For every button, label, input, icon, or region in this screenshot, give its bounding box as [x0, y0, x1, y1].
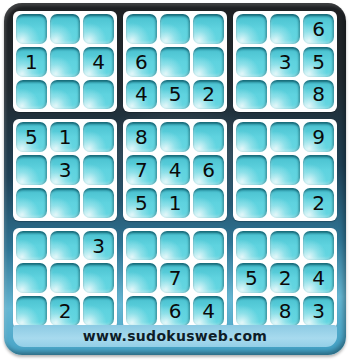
cell-r9c7[interactable] — [236, 296, 267, 326]
cell-r3c1[interactable] — [16, 80, 47, 110]
footer-bar: www.sudokusweb.com — [13, 325, 337, 347]
cell-r6c3[interactable] — [83, 188, 114, 218]
cell-r4c4: 8 — [126, 122, 157, 152]
box-9: 52483 — [233, 228, 337, 329]
cell-r8c8: 2 — [270, 263, 301, 293]
cell-r9c9: 3 — [303, 296, 334, 326]
cell-r1c3[interactable] — [83, 14, 114, 44]
cell-r4c1: 5 — [16, 122, 47, 152]
cell-r2c4: 6 — [126, 47, 157, 77]
cell-r8c1[interactable] — [16, 263, 47, 293]
cell-r8c3[interactable] — [83, 263, 114, 293]
cell-r2c6[interactable] — [193, 47, 224, 77]
cell-r5c1[interactable] — [16, 155, 47, 185]
cell-r1c6[interactable] — [193, 14, 224, 44]
cell-r7c3: 3 — [83, 231, 114, 261]
cell-r1c1[interactable] — [16, 14, 47, 44]
cell-r7c6[interactable] — [193, 231, 224, 261]
cell-r3c5: 5 — [160, 80, 191, 110]
cell-r9c4[interactable] — [126, 296, 157, 326]
board-frame: 1464526358513874651923276452483 www.sudo… — [4, 3, 346, 355]
cell-r4c6[interactable] — [193, 122, 224, 152]
box-2: 6452 — [123, 11, 227, 112]
box-1: 14 — [13, 11, 117, 112]
cell-r1c2[interactable] — [50, 14, 81, 44]
cell-r2c2[interactable] — [50, 47, 81, 77]
cell-r1c8[interactable] — [270, 14, 301, 44]
cell-r6c7[interactable] — [236, 188, 267, 218]
cell-r2c8: 3 — [270, 47, 301, 77]
cell-r8c9: 4 — [303, 263, 334, 293]
cell-r6c9: 2 — [303, 188, 334, 218]
box-7: 32 — [13, 228, 117, 329]
cell-r7c9[interactable] — [303, 231, 334, 261]
cell-r9c5: 6 — [160, 296, 191, 326]
cell-r5c5: 4 — [160, 155, 191, 185]
cell-r4c5[interactable] — [160, 122, 191, 152]
cell-r9c3[interactable] — [83, 296, 114, 326]
site-watermark: www.sudokusweb.com — [83, 328, 267, 344]
box-3: 6358 — [233, 11, 337, 112]
cell-r5c9[interactable] — [303, 155, 334, 185]
cell-r3c4: 4 — [126, 80, 157, 110]
sudoku-page: 1464526358513874651923276452483 www.sudo… — [0, 0, 350, 360]
cell-r4c7[interactable] — [236, 122, 267, 152]
cell-r5c2: 3 — [50, 155, 81, 185]
cell-r4c2: 1 — [50, 122, 81, 152]
cell-r6c1[interactable] — [16, 188, 47, 218]
cell-r1c4[interactable] — [126, 14, 157, 44]
cell-r8c2[interactable] — [50, 263, 81, 293]
box-5: 874651 — [123, 119, 227, 220]
cell-r7c4[interactable] — [126, 231, 157, 261]
cell-r2c1: 1 — [16, 47, 47, 77]
cell-r6c2[interactable] — [50, 188, 81, 218]
cell-r8c5: 7 — [160, 263, 191, 293]
cell-r2c3: 4 — [83, 47, 114, 77]
cell-r8c6[interactable] — [193, 263, 224, 293]
cell-r3c9: 8 — [303, 80, 334, 110]
box-4: 513 — [13, 119, 117, 220]
cell-r4c9: 9 — [303, 122, 334, 152]
cell-r3c3[interactable] — [83, 80, 114, 110]
cell-r5c7[interactable] — [236, 155, 267, 185]
cell-r1c9: 6 — [303, 14, 334, 44]
cell-r7c7[interactable] — [236, 231, 267, 261]
cell-r7c5[interactable] — [160, 231, 191, 261]
cell-r6c5: 1 — [160, 188, 191, 218]
cell-r8c7: 5 — [236, 263, 267, 293]
cell-r7c1[interactable] — [16, 231, 47, 261]
cell-r1c5[interactable] — [160, 14, 191, 44]
cell-r5c3[interactable] — [83, 155, 114, 185]
box-6: 92 — [233, 119, 337, 220]
cell-r9c1[interactable] — [16, 296, 47, 326]
cell-r3c7[interactable] — [236, 80, 267, 110]
cell-r9c2: 2 — [50, 296, 81, 326]
cell-r7c2[interactable] — [50, 231, 81, 261]
cell-r5c8[interactable] — [270, 155, 301, 185]
cell-r2c5[interactable] — [160, 47, 191, 77]
cell-r4c3[interactable] — [83, 122, 114, 152]
cell-r6c6[interactable] — [193, 188, 224, 218]
cell-r9c8: 8 — [270, 296, 301, 326]
cell-r1c7[interactable] — [236, 14, 267, 44]
cell-r3c2[interactable] — [50, 80, 81, 110]
cell-r7c8[interactable] — [270, 231, 301, 261]
cell-r6c8[interactable] — [270, 188, 301, 218]
cell-r5c6: 6 — [193, 155, 224, 185]
cell-r2c9: 5 — [303, 47, 334, 77]
cell-r5c4: 7 — [126, 155, 157, 185]
cell-r8c4[interactable] — [126, 263, 157, 293]
box-8: 764 — [123, 228, 227, 329]
cell-r3c8[interactable] — [270, 80, 301, 110]
sudoku-board: 1464526358513874651923276452483 — [13, 11, 337, 329]
cell-r4c8[interactable] — [270, 122, 301, 152]
cell-r3c6: 2 — [193, 80, 224, 110]
cell-r6c4: 5 — [126, 188, 157, 218]
cell-r9c6: 4 — [193, 296, 224, 326]
cell-r2c7[interactable] — [236, 47, 267, 77]
